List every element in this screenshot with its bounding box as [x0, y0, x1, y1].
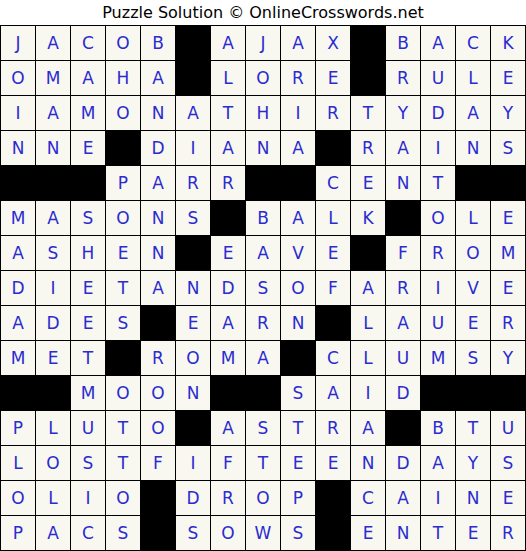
cell-r7c1: A	[1, 236, 35, 270]
cell-r5c7: R	[211, 166, 245, 200]
black-cell-r1c6	[176, 26, 210, 60]
cell-r12c10: R	[316, 411, 350, 445]
cell-r15c9: S	[281, 516, 315, 550]
cell-r7c13: R	[421, 236, 455, 270]
black-cell-r10c4	[106, 341, 140, 375]
cell-r1c13: A	[421, 26, 455, 60]
cell-r2c10: E	[316, 61, 350, 95]
cell-r3c3: M	[71, 96, 105, 130]
cell-r8c13: I	[421, 271, 455, 305]
cell-r5c12: N	[386, 166, 420, 200]
cell-r13c9: E	[281, 446, 315, 480]
cell-r4c9: A	[281, 131, 315, 165]
cell-r6c1: M	[1, 201, 35, 235]
puzzle-solution-page: Puzzle Solution © OnlineCrosswords.net J…	[0, 0, 526, 551]
cell-r2c15: E	[491, 61, 525, 95]
cell-r13c12: D	[386, 446, 420, 480]
cell-r1c14: C	[456, 26, 490, 60]
black-cell-r14c10	[316, 481, 350, 515]
cell-r4c13: I	[421, 131, 455, 165]
black-cell-r7c6	[176, 236, 210, 270]
cell-r3c8: H	[246, 96, 280, 130]
cell-r15c14: E	[456, 516, 490, 550]
cell-r3c6: A	[176, 96, 210, 130]
cell-r15c12: N	[386, 516, 420, 550]
cell-r13c4: T	[106, 446, 140, 480]
cell-r6c4: O	[106, 201, 140, 235]
cell-r6c13: O	[421, 201, 455, 235]
cell-r7c8: A	[246, 236, 280, 270]
cell-r13c7: F	[211, 446, 245, 480]
cell-r2c7: L	[211, 61, 245, 95]
cell-r10c8: A	[246, 341, 280, 375]
cell-r10c15: Y	[491, 341, 525, 375]
cell-r3c12: Y	[386, 96, 420, 130]
cell-r6c3: S	[71, 201, 105, 235]
cell-r9c2: D	[36, 306, 70, 340]
cell-r11c3: M	[71, 376, 105, 410]
cell-r8c5: A	[141, 271, 175, 305]
cell-r11c11: I	[351, 376, 385, 410]
cell-r13c6: I	[176, 446, 210, 480]
cell-r1c5: B	[141, 26, 175, 60]
cell-r2c12: R	[386, 61, 420, 95]
cell-r3c5: N	[141, 96, 175, 130]
cell-r1c1: J	[1, 26, 35, 60]
cell-r5c4: P	[106, 166, 140, 200]
cell-r4c5: D	[141, 131, 175, 165]
cell-r5c11: E	[351, 166, 385, 200]
cell-r4c2: N	[36, 131, 70, 165]
cell-r3c13: D	[421, 96, 455, 130]
cell-r13c3: S	[71, 446, 105, 480]
black-cell-r15c5	[141, 516, 175, 550]
cell-r12c8: S	[246, 411, 280, 445]
cell-r14c2: L	[36, 481, 70, 515]
cell-r15c11: E	[351, 516, 385, 550]
cell-r15c2: A	[36, 516, 70, 550]
cell-r10c14: S	[456, 341, 490, 375]
cell-r12c5: O	[141, 411, 175, 445]
black-cell-r1c11	[351, 26, 385, 60]
cell-r14c8: O	[246, 481, 280, 515]
black-cell-r12c12	[386, 411, 420, 445]
cell-r6c11: K	[351, 201, 385, 235]
black-cell-r4c10	[316, 131, 350, 165]
cell-r6c5: N	[141, 201, 175, 235]
cell-r7c3: H	[71, 236, 105, 270]
cell-r12c7: A	[211, 411, 245, 445]
cell-r9c7: A	[211, 306, 245, 340]
cell-r4c3: E	[71, 131, 105, 165]
cell-r7c14: O	[456, 236, 490, 270]
cell-r1c2: A	[36, 26, 70, 60]
cell-r4c14: N	[456, 131, 490, 165]
cell-r14c9: P	[281, 481, 315, 515]
cell-r6c14: L	[456, 201, 490, 235]
cell-r1c15: K	[491, 26, 525, 60]
cell-r1c12: B	[386, 26, 420, 60]
cell-r8c14: V	[456, 271, 490, 305]
cell-r13c8: T	[246, 446, 280, 480]
cell-r2c2: M	[36, 61, 70, 95]
black-cell-r6c7	[211, 201, 245, 235]
cell-r7c5: N	[141, 236, 175, 270]
cell-r4c7: A	[211, 131, 245, 165]
cell-r3c10: R	[316, 96, 350, 130]
black-cell-r7c11	[351, 236, 385, 270]
cell-r14c4: O	[106, 481, 140, 515]
cell-r5c10: C	[316, 166, 350, 200]
black-cell-r11c1	[1, 376, 35, 410]
cell-r4c12: A	[386, 131, 420, 165]
cell-r8c15: E	[491, 271, 525, 305]
cell-r7c10: E	[316, 236, 350, 270]
cell-r9c13: U	[421, 306, 455, 340]
black-cell-r5c2	[36, 166, 70, 200]
cell-r13c15: S	[491, 446, 525, 480]
cell-r5c6: R	[176, 166, 210, 200]
cell-r2c9: R	[281, 61, 315, 95]
cell-r2c5: A	[141, 61, 175, 95]
cell-r8c1: D	[1, 271, 35, 305]
cell-r1c3: C	[71, 26, 105, 60]
cell-r2c14: L	[456, 61, 490, 95]
cell-r11c4: O	[106, 376, 140, 410]
cell-r12c15: U	[491, 411, 525, 445]
cell-r14c6: D	[176, 481, 210, 515]
cell-r14c1: O	[1, 481, 35, 515]
cell-r9c9: N	[281, 306, 315, 340]
cell-r2c13: U	[421, 61, 455, 95]
cell-r9c1: A	[1, 306, 35, 340]
black-cell-r5c9	[281, 166, 315, 200]
cell-r9c15: R	[491, 306, 525, 340]
cell-r3c7: T	[211, 96, 245, 130]
black-cell-r11c7	[211, 376, 245, 410]
cell-r7c7: E	[211, 236, 245, 270]
cell-r4c8: N	[246, 131, 280, 165]
cell-r10c6: O	[176, 341, 210, 375]
cell-r3c15: Y	[491, 96, 525, 130]
black-cell-r2c11	[351, 61, 385, 95]
cell-r10c10: C	[316, 341, 350, 375]
cell-r9c14: E	[456, 306, 490, 340]
cell-r2c4: H	[106, 61, 140, 95]
black-cell-r4c4	[106, 131, 140, 165]
cell-r1c8: J	[246, 26, 280, 60]
cell-r14c3: I	[71, 481, 105, 515]
cell-r14c15: E	[491, 481, 525, 515]
cell-r15c8: W	[246, 516, 280, 550]
cell-r6c6: S	[176, 201, 210, 235]
cell-r11c10: A	[316, 376, 350, 410]
cell-r15c15: R	[491, 516, 525, 550]
cell-r9c8: R	[246, 306, 280, 340]
cell-r2c8: O	[246, 61, 280, 95]
cell-r12c13: B	[421, 411, 455, 445]
cell-r7c9: V	[281, 236, 315, 270]
cell-r1c7: A	[211, 26, 245, 60]
cell-r10c1: M	[1, 341, 35, 375]
cell-r15c7: O	[211, 516, 245, 550]
cell-r13c14: Y	[456, 446, 490, 480]
cell-r11c9: S	[281, 376, 315, 410]
black-cell-r11c14	[456, 376, 490, 410]
cell-r9c12: A	[386, 306, 420, 340]
black-cell-r9c5	[141, 306, 175, 340]
cell-r8c2: I	[36, 271, 70, 305]
cell-r8c3: E	[71, 271, 105, 305]
cell-r10c12: U	[386, 341, 420, 375]
cell-r12c9: T	[281, 411, 315, 445]
cell-r6c9: A	[281, 201, 315, 235]
cell-r6c10: L	[316, 201, 350, 235]
cell-r8c6: N	[176, 271, 210, 305]
cell-r3c14: A	[456, 96, 490, 130]
cell-r7c12: F	[386, 236, 420, 270]
cell-r15c13: T	[421, 516, 455, 550]
cell-r14c12: A	[386, 481, 420, 515]
black-cell-r14c5	[141, 481, 175, 515]
cell-r5c5: A	[141, 166, 175, 200]
cell-r15c6: S	[176, 516, 210, 550]
cell-r14c11: C	[351, 481, 385, 515]
cell-r12c2: L	[36, 411, 70, 445]
black-cell-r5c1	[1, 166, 35, 200]
cell-r13c2: O	[36, 446, 70, 480]
cell-r15c4: S	[106, 516, 140, 550]
cell-r4c1: N	[1, 131, 35, 165]
black-cell-r12c6	[176, 411, 210, 445]
cell-r1c4: O	[106, 26, 140, 60]
cell-r13c5: F	[141, 446, 175, 480]
cell-r1c9: A	[281, 26, 315, 60]
cell-r15c3: C	[71, 516, 105, 550]
black-cell-r11c8	[246, 376, 280, 410]
cell-r12c1: P	[1, 411, 35, 445]
black-cell-r2c6	[176, 61, 210, 95]
cell-r9c3: E	[71, 306, 105, 340]
cell-r6c2: A	[36, 201, 70, 235]
cell-r2c1: O	[1, 61, 35, 95]
cell-r8c12: R	[386, 271, 420, 305]
cell-r6c15: E	[491, 201, 525, 235]
cell-r3c9: I	[281, 96, 315, 130]
black-cell-r5c8	[246, 166, 280, 200]
cell-r3c11: T	[351, 96, 385, 130]
cell-r9c4: S	[106, 306, 140, 340]
cell-r10c2: E	[36, 341, 70, 375]
cell-r4c11: R	[351, 131, 385, 165]
black-cell-r5c3	[71, 166, 105, 200]
black-cell-r6c12	[386, 201, 420, 235]
cell-r10c11: L	[351, 341, 385, 375]
cell-r9c11: L	[351, 306, 385, 340]
cell-r8c7: D	[211, 271, 245, 305]
cell-r10c5: R	[141, 341, 175, 375]
cell-r10c13: M	[421, 341, 455, 375]
cell-r10c7: M	[211, 341, 245, 375]
cell-r2c3: A	[71, 61, 105, 95]
black-cell-r5c15	[491, 166, 525, 200]
cell-r3c1: I	[1, 96, 35, 130]
black-cell-r9c10	[316, 306, 350, 340]
cell-r8c10: F	[316, 271, 350, 305]
cell-r11c12: D	[386, 376, 420, 410]
cell-r13c13: A	[421, 446, 455, 480]
crossword-grid: JACOBAJAXBACKOMAHALORERULEIAMONATHIRTYDA…	[0, 25, 526, 551]
cell-r12c3: U	[71, 411, 105, 445]
cell-r13c1: L	[1, 446, 35, 480]
cell-r9c6: E	[176, 306, 210, 340]
black-cell-r10c9	[281, 341, 315, 375]
cell-r12c11: A	[351, 411, 385, 445]
cell-r12c14: T	[456, 411, 490, 445]
cell-r6c8: B	[246, 201, 280, 235]
cell-r13c11: N	[351, 446, 385, 480]
cell-r1c10: X	[316, 26, 350, 60]
cell-r12c4: T	[106, 411, 140, 445]
cell-r8c4: T	[106, 271, 140, 305]
black-cell-r11c13	[421, 376, 455, 410]
cell-r8c11: A	[351, 271, 385, 305]
cell-r13c10: E	[316, 446, 350, 480]
cell-r3c2: A	[36, 96, 70, 130]
cell-r3c4: O	[106, 96, 140, 130]
cell-r8c9: O	[281, 271, 315, 305]
cell-r7c15: M	[491, 236, 525, 270]
black-cell-r11c15	[491, 376, 525, 410]
page-title: Puzzle Solution © OnlineCrosswords.net	[0, 0, 526, 25]
cell-r14c14: N	[456, 481, 490, 515]
cell-r5c13: T	[421, 166, 455, 200]
cell-r7c2: S	[36, 236, 70, 270]
cell-r7c4: E	[106, 236, 140, 270]
black-cell-r11c2	[36, 376, 70, 410]
cell-r4c6: I	[176, 131, 210, 165]
cell-r10c3: T	[71, 341, 105, 375]
black-cell-r15c10	[316, 516, 350, 550]
cell-r14c7: R	[211, 481, 245, 515]
cell-r11c5: O	[141, 376, 175, 410]
cell-r8c8: S	[246, 271, 280, 305]
cell-r14c13: I	[421, 481, 455, 515]
cell-r4c15: S	[491, 131, 525, 165]
cell-r11c6: N	[176, 376, 210, 410]
cell-r15c1: P	[1, 516, 35, 550]
black-cell-r5c14	[456, 166, 490, 200]
